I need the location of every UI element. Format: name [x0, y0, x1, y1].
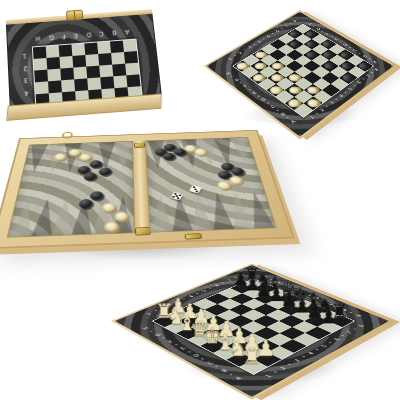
coordinate-label: 7: [365, 74, 371, 78]
coordinate-label: 4: [307, 351, 315, 355]
backgammon-checker-black: [99, 168, 112, 176]
coordinate-label: 3: [247, 46, 252, 49]
coordinate-label: F: [287, 286, 294, 289]
separator-star: ✦: [221, 282, 226, 284]
die-5: [169, 191, 183, 200]
coordinate-label: D: [261, 98, 268, 103]
coordinate-label: 7: [346, 331, 354, 335]
separator-star: ✦: [334, 98, 339, 101]
coordinate-label: 4: [257, 40, 262, 43]
separator-star: ✦: [315, 348, 321, 351]
coordinate-label: 6: [356, 80, 362, 84]
rank-numbers-strip: 1234: [20, 49, 31, 99]
coordinate-label: 1: [228, 57, 234, 61]
separator-star: ✦: [266, 102, 271, 105]
rank-number: 2: [23, 64, 27, 71]
separator-star: ✦: [253, 43, 257, 46]
coordinate-label: G: [154, 333, 162, 337]
coordinate-label: 3: [329, 101, 335, 105]
backgammon-checker-black: [231, 167, 246, 175]
coordinate-label: 8: [239, 274, 246, 277]
separator-star: ✦: [289, 22, 293, 24]
coordinate-label: D: [192, 354, 201, 358]
rank-number: 4: [24, 88, 29, 95]
coordinate-label: A: [355, 314, 363, 318]
coordinate-label: 7: [227, 279, 234, 282]
backgammon-pieces-layer: [4, 136, 279, 240]
separator-star: ✦: [200, 358, 206, 361]
coordinate-label: 7: [284, 24, 289, 27]
coordinate-label: H: [142, 326, 150, 330]
closed-box-body: HGFEDCBA 1234: [6, 13, 161, 118]
coordinate-label: B: [220, 369, 229, 374]
separator-star: ✦: [262, 38, 266, 41]
backgammon-checker-white: [102, 202, 116, 212]
coordinate-label: B: [280, 112, 286, 117]
separator-star: ✦: [248, 88, 253, 91]
separator-star: ✦: [214, 365, 220, 368]
coordinate-label: 8: [374, 68, 380, 72]
brass-clasp: [66, 10, 83, 21]
separator-star: ✦: [282, 284, 287, 286]
backgammon-checker-white: [79, 153, 92, 161]
coordinate-label: 8: [358, 324, 366, 328]
separator-star: ✦: [239, 81, 244, 84]
product-photo-collage: HGFEDCBA 1234 1✦2✦3✦4✦5✦6✦7✦8 1✦2✦3✦4✦5✦…: [0, 0, 400, 400]
separator-star: ✦: [341, 335, 347, 338]
separator-star: ✦: [271, 33, 275, 36]
separator-star: ✦: [280, 27, 284, 29]
coordinate-label: 4: [338, 94, 344, 98]
coordinate-label: 8: [292, 19, 297, 22]
coordinate-label: 6: [333, 338, 341, 342]
separator-star: ✦: [187, 351, 193, 354]
backgammon-checker-white: [228, 176, 243, 185]
rank-number: 3: [23, 76, 28, 83]
file-letter: F: [62, 33, 66, 39]
chess-piece-white-rook: ♜: [242, 333, 262, 366]
separator-star: ✦: [353, 328, 359, 331]
separator-star: ✦: [208, 287, 213, 289]
coordinate-label: H: [225, 71, 231, 75]
coordinate-label: A: [372, 60, 378, 64]
brass-clasp-front: [184, 233, 202, 239]
coordinate-label: C: [270, 105, 276, 110]
coordinate-label: 5: [348, 87, 354, 91]
coordinate-label: 5: [266, 35, 271, 38]
coordinate-label: 3: [294, 359, 302, 363]
file-letter: H: [35, 34, 40, 41]
coordinate-label: 1: [146, 312, 153, 315]
die-3: [189, 185, 202, 194]
separator-star: ✦: [276, 109, 281, 113]
coordinate-label: C: [206, 361, 215, 365]
coordinate-label: 2: [279, 366, 287, 370]
separator-star: ✦: [325, 105, 330, 108]
separator-star: ✦: [307, 294, 313, 296]
coordinate-label: 5: [321, 344, 329, 348]
coordinate-label: F: [243, 84, 249, 88]
coordinate-label: A: [290, 119, 297, 124]
coordinate-label: E: [300, 291, 307, 294]
closed-gamebox: HGFEDCBA 1234: [4, 6, 174, 124]
separator-star: ✦: [349, 311, 355, 314]
backgammon-checker-black: [90, 191, 104, 200]
coordinate-label: 2: [238, 51, 243, 55]
separator-star: ✦: [273, 371, 280, 374]
coordinate-label: 6: [214, 284, 221, 287]
separator-star: ✦: [243, 49, 247, 52]
file-letter: B: [112, 29, 117, 35]
coordinate-label: 1: [265, 374, 274, 379]
backgammon-checker-white: [103, 222, 118, 233]
separator-star: ✦: [344, 91, 349, 94]
file-letter: A: [125, 28, 130, 34]
coordinate-label: 2: [319, 108, 325, 113]
backgammon-checker-black: [84, 173, 97, 182]
coordinate-label: A: [235, 376, 244, 381]
separator-star: ✦: [315, 112, 320, 116]
coordinate-label: E: [252, 91, 258, 95]
backgammon-checker-white: [194, 148, 208, 156]
separator-star: ✦: [257, 95, 262, 98]
backgammon-checker-white: [115, 211, 129, 221]
separator-star: ✦: [234, 277, 239, 279]
separator-star: ✦: [230, 75, 235, 78]
separator-star: ✦: [174, 344, 180, 347]
rank-number: 1: [22, 52, 26, 59]
separator-star: ✦: [370, 71, 375, 74]
backgammon-checker-white: [53, 153, 66, 161]
coordinate-label: 1: [309, 115, 315, 120]
backgammon-board: [0, 130, 295, 249]
separator-star: ✦: [229, 373, 236, 376]
file-letter: E: [74, 32, 79, 38]
half-chessboard-print: [32, 39, 143, 105]
backgammon-checker-black: [162, 153, 175, 161]
backgammon-checker-black: [79, 199, 93, 209]
coordinate-label: 5: [201, 290, 208, 293]
separator-star: ✦: [328, 341, 334, 344]
closed-box-lid: HGFEDCBA 1234: [6, 13, 162, 107]
chess-piece-black-pawn: ♟: [319, 297, 337, 327]
file-letter: D: [86, 31, 91, 38]
coordinate-label: 6: [275, 30, 280, 33]
separator-star: ✦: [233, 55, 237, 58]
separator-star: ✦: [301, 356, 307, 359]
separator-star: ✦: [353, 84, 358, 87]
file-letter: G: [48, 33, 53, 40]
coordinate-label: G: [234, 78, 240, 82]
coordinate-label: F: [167, 340, 174, 344]
separator-star: ✦: [286, 116, 291, 120]
file-letter: C: [99, 30, 104, 36]
separator-star: ✦: [269, 279, 274, 281]
separator-star: ✦: [149, 330, 155, 333]
backgammon-checker-black: [90, 160, 103, 168]
